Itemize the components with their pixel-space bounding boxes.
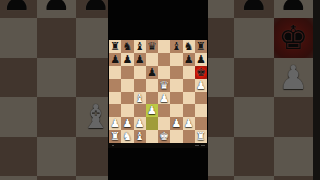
square-f7[interactable] bbox=[170, 53, 182, 66]
square-d7[interactable] bbox=[146, 53, 158, 66]
square-g6[interactable] bbox=[183, 66, 195, 79]
square-d8[interactable]: ♛ bbox=[146, 40, 158, 53]
square-b8[interactable]: ♞ bbox=[121, 40, 133, 53]
white-king-icon: ♚ bbox=[159, 130, 169, 143]
square-b1[interactable]: ♞ bbox=[121, 130, 133, 143]
square-h2 bbox=[274, 176, 314, 180]
square-c2[interactable]: ♟ bbox=[134, 117, 146, 130]
white-bishop-icon: ♝ bbox=[135, 92, 145, 105]
square-g8[interactable]: ♞ bbox=[183, 40, 195, 53]
square-e1[interactable]: ♚ bbox=[158, 130, 170, 143]
square-g3[interactable] bbox=[183, 104, 195, 117]
square-a4 bbox=[0, 97, 37, 137]
square-g7: ♟ bbox=[234, 0, 274, 18]
video-controls-bar bbox=[108, 143, 208, 148]
square-a5[interactable] bbox=[109, 79, 121, 92]
white-pawn-icon: ♟ bbox=[171, 117, 181, 130]
square-g1[interactable] bbox=[183, 130, 195, 143]
black-pawn-icon: ♟ bbox=[110, 53, 120, 66]
square-c4[interactable]: ♝ bbox=[134, 92, 146, 105]
black-pawn-icon: ♟ bbox=[2, 0, 32, 18]
white-pawn-icon: ♟ bbox=[135, 117, 145, 130]
square-a7[interactable]: ♟ bbox=[109, 53, 121, 66]
square-h5[interactable]: ♟ bbox=[195, 79, 207, 92]
white-pawn-icon: ♟ bbox=[159, 92, 169, 105]
square-d4[interactable] bbox=[146, 92, 158, 105]
white-pawn-icon: ♟ bbox=[239, 176, 269, 180]
square-a2[interactable]: ♟ bbox=[109, 117, 121, 130]
square-h6[interactable]: ♚ bbox=[195, 66, 207, 79]
black-pawn-icon: ♟ bbox=[135, 53, 145, 66]
square-d6[interactable]: ♟ bbox=[146, 66, 158, 79]
square-b2[interactable]: ♟ bbox=[121, 117, 133, 130]
square-h7: ♟ bbox=[274, 0, 314, 18]
black-king-icon: ♚ bbox=[278, 18, 308, 58]
square-a6 bbox=[0, 18, 37, 58]
square-g7[interactable]: ♟ bbox=[183, 53, 195, 66]
square-b7: ♟ bbox=[37, 0, 77, 18]
square-b4[interactable] bbox=[121, 92, 133, 105]
square-a1[interactable]: ♜ bbox=[109, 130, 121, 143]
square-e3[interactable] bbox=[158, 104, 170, 117]
square-f6[interactable] bbox=[170, 66, 182, 79]
white-rook-icon: ♜ bbox=[196, 130, 206, 143]
square-c3[interactable] bbox=[134, 104, 146, 117]
square-b3 bbox=[37, 137, 77, 177]
white-knight-icon: ♞ bbox=[122, 130, 132, 143]
square-c1[interactable]: ♝ bbox=[134, 130, 146, 143]
square-e2[interactable] bbox=[158, 117, 170, 130]
square-h5: ♟ bbox=[274, 58, 314, 98]
square-f1[interactable] bbox=[170, 130, 182, 143]
square-b5 bbox=[37, 58, 77, 98]
square-a3[interactable] bbox=[109, 104, 121, 117]
white-pawn-icon: ♟ bbox=[122, 117, 132, 130]
square-c5[interactable] bbox=[134, 79, 146, 92]
white-queen-icon: ♛ bbox=[159, 79, 169, 92]
square-b3[interactable] bbox=[121, 104, 133, 117]
video-frame: ♜♞♝♛♝♞♜♟♟♟♟♟♟♚♛♟♝♟♟♟♟♟♟♟♜♞♝♚♜ ♜♞♝♛♝♞♜♟♟♟… bbox=[0, 0, 320, 180]
square-b5[interactable] bbox=[121, 79, 133, 92]
square-a7: ♟ bbox=[0, 0, 37, 18]
white-bishop-icon: ♝ bbox=[135, 130, 145, 143]
white-pawn-icon: ♟ bbox=[2, 176, 32, 180]
black-knight-icon: ♞ bbox=[184, 40, 194, 53]
square-f5[interactable] bbox=[170, 79, 182, 92]
square-h4[interactable] bbox=[195, 92, 207, 105]
square-b6[interactable] bbox=[121, 66, 133, 79]
black-bishop-icon: ♝ bbox=[135, 40, 145, 53]
black-rook-icon: ♜ bbox=[110, 40, 120, 53]
black-pawn-icon: ♟ bbox=[278, 0, 308, 18]
white-pawn-icon: ♟ bbox=[184, 117, 194, 130]
white-pawn-icon: ♟ bbox=[278, 58, 308, 98]
square-c8[interactable]: ♝ bbox=[134, 40, 146, 53]
square-d5[interactable] bbox=[146, 79, 158, 92]
square-h4 bbox=[274, 97, 314, 137]
square-a2: ♟ bbox=[0, 176, 37, 180]
white-pawn-icon: ♟ bbox=[196, 79, 206, 92]
black-rook-icon: ♜ bbox=[196, 40, 206, 53]
square-g3 bbox=[234, 137, 274, 177]
controls-dash-icon bbox=[201, 145, 205, 146]
black-pawn-icon: ♟ bbox=[81, 0, 111, 18]
square-b7[interactable]: ♟ bbox=[121, 53, 133, 66]
black-bishop-icon: ♝ bbox=[171, 40, 181, 53]
square-e6[interactable] bbox=[158, 66, 170, 79]
square-g4[interactable] bbox=[183, 92, 195, 105]
square-h1[interactable]: ♜ bbox=[195, 130, 207, 143]
square-e4[interactable]: ♟ bbox=[158, 92, 170, 105]
square-e7[interactable] bbox=[158, 53, 170, 66]
white-pawn-icon: ♟ bbox=[147, 104, 157, 117]
square-e8[interactable] bbox=[158, 40, 170, 53]
square-b4 bbox=[37, 97, 77, 137]
black-pawn-icon: ♟ bbox=[184, 53, 194, 66]
square-h6: ♚ bbox=[274, 18, 314, 58]
square-b6 bbox=[37, 18, 77, 58]
chess-board[interactable]: ♜♞♝♛♝♞♜♟♟♟♟♟♟♚♛♟♝♟♟♟♟♟♟♟♜♞♝♚♜ bbox=[109, 40, 207, 143]
square-a5 bbox=[0, 58, 37, 98]
square-g6 bbox=[234, 18, 274, 58]
square-e5[interactable]: ♛ bbox=[158, 79, 170, 92]
square-g2[interactable]: ♟ bbox=[183, 117, 195, 130]
square-d1[interactable] bbox=[146, 130, 158, 143]
black-pawn-icon: ♟ bbox=[41, 0, 71, 18]
black-pawn-icon: ♟ bbox=[196, 53, 206, 66]
white-pawn-icon: ♟ bbox=[110, 117, 120, 130]
controls-dash-icon bbox=[195, 145, 199, 146]
square-c6[interactable] bbox=[134, 66, 146, 79]
square-h7[interactable]: ♟ bbox=[195, 53, 207, 66]
white-pawn-icon: ♟ bbox=[41, 176, 71, 180]
square-g5 bbox=[234, 58, 274, 98]
square-a8[interactable]: ♜ bbox=[109, 40, 121, 53]
black-pawn-icon: ♟ bbox=[239, 0, 269, 18]
square-f3[interactable] bbox=[170, 104, 182, 117]
square-d2[interactable] bbox=[146, 117, 158, 130]
square-h3[interactable] bbox=[195, 104, 207, 117]
black-pawn-icon: ♟ bbox=[122, 53, 132, 66]
square-a3 bbox=[0, 137, 37, 177]
controls-dot-icon bbox=[112, 145, 114, 146]
square-h3 bbox=[274, 137, 314, 177]
white-rook-icon: ♜ bbox=[110, 130, 120, 143]
white-bishop-icon: ♝ bbox=[81, 97, 111, 137]
black-knight-icon: ♞ bbox=[122, 40, 132, 53]
square-f4[interactable] bbox=[170, 92, 182, 105]
square-a4[interactable] bbox=[109, 92, 121, 105]
black-queen-icon: ♛ bbox=[147, 40, 157, 53]
square-g5[interactable] bbox=[183, 79, 195, 92]
white-pawn-icon: ♟ bbox=[81, 176, 111, 180]
square-c7[interactable]: ♟ bbox=[134, 53, 146, 66]
square-a6[interactable] bbox=[109, 66, 121, 79]
square-b2: ♟ bbox=[37, 176, 77, 180]
black-king-icon: ♚ bbox=[196, 66, 206, 79]
square-d3[interactable]: ♟ bbox=[146, 104, 158, 117]
square-g4 bbox=[234, 97, 274, 137]
square-h2[interactable] bbox=[195, 117, 207, 130]
square-g2: ♟ bbox=[234, 176, 274, 180]
square-f2[interactable]: ♟ bbox=[170, 117, 182, 130]
square-f8[interactable]: ♝ bbox=[170, 40, 182, 53]
square-h8[interactable]: ♜ bbox=[195, 40, 207, 53]
black-pawn-icon: ♟ bbox=[147, 66, 157, 79]
